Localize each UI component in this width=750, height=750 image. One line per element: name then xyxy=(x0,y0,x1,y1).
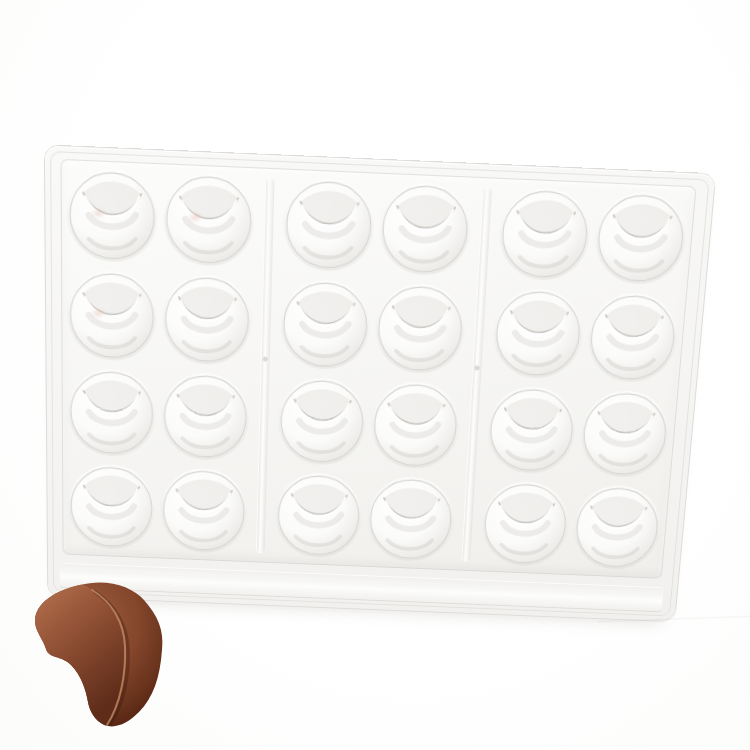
mold-cavity xyxy=(485,385,578,475)
cavity-svg xyxy=(163,172,255,268)
cavity-svg xyxy=(67,269,157,362)
mold-recess xyxy=(61,159,697,579)
mold-cavity xyxy=(68,463,155,551)
cavity-svg xyxy=(592,191,689,286)
cavity-svg xyxy=(280,278,372,371)
mold-cavity xyxy=(374,282,467,375)
mold-cavity xyxy=(282,177,375,273)
chocolate-mold-tray xyxy=(45,145,715,621)
cavity-svg xyxy=(578,389,672,479)
cavity-svg xyxy=(68,463,155,551)
mold-cavity xyxy=(162,273,252,366)
cavity-svg xyxy=(67,168,158,264)
mold-section xyxy=(67,168,255,555)
mold-cavity xyxy=(68,367,156,457)
mold-cavity xyxy=(366,475,456,562)
mold-cavity xyxy=(491,287,586,380)
cavity-svg xyxy=(480,480,572,567)
mold-cavity xyxy=(370,380,462,470)
mold-cavity xyxy=(480,480,572,567)
mold-cavity xyxy=(592,191,689,286)
cavity-svg xyxy=(370,380,462,470)
mold-cavity xyxy=(67,168,158,264)
mold-cavity xyxy=(161,371,250,461)
mold-cavity xyxy=(163,172,255,268)
cavity-svg xyxy=(571,483,664,570)
mold-cavity xyxy=(378,182,473,278)
mold-cavity xyxy=(277,376,368,466)
cavity-svg xyxy=(161,371,250,461)
cavity-svg xyxy=(162,273,252,366)
mold-cavity xyxy=(571,483,664,570)
background-seam xyxy=(598,613,750,625)
cavity-svg xyxy=(366,475,456,562)
product-photo xyxy=(0,0,750,750)
section-divider xyxy=(256,178,275,553)
mold-cavity xyxy=(160,466,248,554)
mold-cavity xyxy=(280,278,372,371)
cavity-svg xyxy=(485,385,578,475)
chocolate-piece xyxy=(30,578,170,730)
cavity-svg xyxy=(274,471,363,559)
cavity-svg xyxy=(160,466,248,554)
cavity-grid xyxy=(61,159,697,579)
mold-section xyxy=(480,186,690,571)
cavity-svg xyxy=(68,367,156,457)
cavity-svg xyxy=(497,187,593,282)
cavity-svg xyxy=(491,287,586,380)
cavity-svg xyxy=(374,282,467,375)
cavity-svg xyxy=(378,182,473,278)
cavity-svg xyxy=(277,376,368,466)
mold-cavity xyxy=(585,291,681,383)
cavity-svg xyxy=(585,291,681,383)
cavity-svg xyxy=(282,177,375,273)
mold-section xyxy=(274,177,472,563)
mold-cavity xyxy=(497,187,593,282)
mold-cavity xyxy=(578,389,672,479)
mold-cavity xyxy=(274,471,363,559)
mold-cavity xyxy=(67,269,157,362)
